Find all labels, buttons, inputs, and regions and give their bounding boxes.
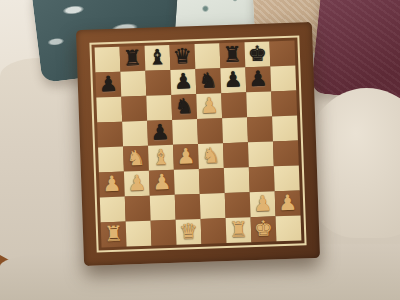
square-g3[interactable] xyxy=(249,166,275,192)
square-e3[interactable] xyxy=(199,168,225,194)
square-c8[interactable]: ♝ xyxy=(145,45,171,71)
square-d5[interactable] xyxy=(172,119,198,145)
square-a1[interactable]: ♜ xyxy=(101,222,127,248)
square-d8[interactable]: ♛ xyxy=(170,44,196,70)
square-b2[interactable] xyxy=(125,196,151,222)
square-c7[interactable] xyxy=(145,70,171,96)
chess-board-frame: ♜♝♛♜♚♟♟♞♟♟♞♟♟♞♝♟♞♟♟♟♟♟♜♛♜♚ xyxy=(76,22,320,266)
square-g8[interactable]: ♚ xyxy=(244,41,270,67)
square-b7[interactable] xyxy=(120,71,146,97)
square-g6[interactable] xyxy=(246,91,272,117)
black-knight-piece: ♞ xyxy=(174,94,194,120)
black-queen-piece: ♛ xyxy=(173,44,193,70)
square-g7[interactable]: ♟ xyxy=(245,66,271,92)
square-f1[interactable]: ♜ xyxy=(226,217,252,243)
white-rook-piece: ♜ xyxy=(104,222,124,248)
black-bishop-piece: ♝ xyxy=(148,45,168,71)
square-h1[interactable] xyxy=(276,215,302,241)
black-king-piece: ♚ xyxy=(248,42,268,68)
square-b3[interactable]: ♟ xyxy=(124,171,150,197)
square-f2[interactable] xyxy=(225,192,251,218)
black-pawn-piece: ♟ xyxy=(173,69,193,95)
white-pawn-piece: ♟ xyxy=(102,172,122,198)
square-g1[interactable]: ♚ xyxy=(251,216,277,242)
square-h7[interactable] xyxy=(270,66,296,92)
square-a3[interactable]: ♟ xyxy=(99,172,125,198)
square-g5[interactable] xyxy=(247,116,273,142)
square-f7[interactable]: ♟ xyxy=(220,67,246,93)
white-pawn-piece: ♟ xyxy=(253,191,273,217)
maroon-pillow xyxy=(310,0,400,103)
square-e6[interactable]: ♟ xyxy=(196,93,222,119)
square-e4[interactable]: ♞ xyxy=(198,143,224,169)
square-f8[interactable]: ♜ xyxy=(219,42,245,68)
square-d3[interactable] xyxy=(174,169,200,195)
square-h5[interactable] xyxy=(272,116,298,142)
square-h3[interactable] xyxy=(274,165,300,191)
white-pawn-piece: ♟ xyxy=(278,191,298,217)
square-b4[interactable]: ♞ xyxy=(123,146,149,172)
square-g2[interactable]: ♟ xyxy=(250,191,276,217)
board-inlay-border: ♜♝♛♜♚♟♟♞♟♟♞♟♟♞♝♟♞♟♟♟♟♟♜♛♜♚ xyxy=(89,35,306,252)
square-a4[interactable] xyxy=(98,147,124,173)
black-pawn-piece: ♟ xyxy=(99,72,119,98)
black-pawn-piece: ♟ xyxy=(223,67,243,93)
square-a7[interactable]: ♟ xyxy=(95,72,121,98)
square-a5[interactable] xyxy=(97,122,123,148)
square-d7[interactable]: ♟ xyxy=(170,69,196,95)
square-h4[interactable] xyxy=(273,141,299,167)
square-g4[interactable] xyxy=(248,141,274,167)
white-pawn-piece: ♟ xyxy=(152,170,172,196)
square-b8[interactable]: ♜ xyxy=(120,46,146,72)
square-a8[interactable] xyxy=(95,47,121,73)
white-queen-piece: ♛ xyxy=(179,219,199,245)
square-d4[interactable]: ♟ xyxy=(173,144,199,170)
square-b5[interactable] xyxy=(122,121,148,147)
black-rook-piece: ♜ xyxy=(123,46,143,72)
square-e7[interactable]: ♞ xyxy=(195,68,221,94)
square-d1[interactable]: ♛ xyxy=(176,219,202,245)
square-a2[interactable] xyxy=(100,197,126,223)
square-f6[interactable] xyxy=(221,92,247,118)
square-b1[interactable] xyxy=(126,221,152,247)
square-e1[interactable] xyxy=(201,218,227,244)
living-room-scene: ♜♝♛♜♚♟♟♞♟♟♞♟♟♞♝♟♞♟♟♟♟♟♜♛♜♚ xyxy=(0,0,400,300)
square-c4[interactable]: ♝ xyxy=(148,145,174,171)
square-h6[interactable] xyxy=(271,91,297,117)
square-h8[interactable] xyxy=(269,41,295,67)
square-a6[interactable] xyxy=(96,97,122,123)
square-f5[interactable] xyxy=(222,117,248,143)
square-c5[interactable]: ♟ xyxy=(147,120,173,146)
square-c3[interactable]: ♟ xyxy=(149,170,175,196)
white-pawn-piece: ♟ xyxy=(176,144,196,170)
square-c2[interactable] xyxy=(150,195,176,221)
white-pawn-piece: ♟ xyxy=(127,171,147,197)
black-knight-piece: ♞ xyxy=(198,68,218,94)
square-b6[interactable] xyxy=(121,96,147,122)
square-h2[interactable]: ♟ xyxy=(275,190,301,216)
square-d6[interactable]: ♞ xyxy=(171,94,197,120)
square-e5[interactable] xyxy=(197,118,223,144)
square-e2[interactable] xyxy=(200,193,226,219)
white-king-piece: ♚ xyxy=(254,216,274,242)
square-f3[interactable] xyxy=(224,167,250,193)
white-knight-piece: ♞ xyxy=(126,146,146,172)
white-pawn-piece: ♟ xyxy=(199,93,219,119)
black-rook-piece: ♜ xyxy=(223,42,243,68)
black-pawn-piece: ♟ xyxy=(248,67,268,93)
white-knight-piece: ♞ xyxy=(201,143,221,169)
black-pawn-piece: ♟ xyxy=(150,120,170,146)
chess-board: ♜♝♛♜♚♟♟♞♟♟♞♟♟♞♝♟♞♟♟♟♟♟♜♛♜♚ xyxy=(95,41,302,248)
square-d2[interactable] xyxy=(175,194,201,220)
square-c6[interactable] xyxy=(146,95,172,121)
white-bishop-piece: ♝ xyxy=(151,145,171,171)
square-e8[interactable] xyxy=(195,43,221,69)
white-rook-piece: ♜ xyxy=(229,217,249,243)
square-f4[interactable] xyxy=(223,142,249,168)
square-c1[interactable] xyxy=(151,220,177,246)
